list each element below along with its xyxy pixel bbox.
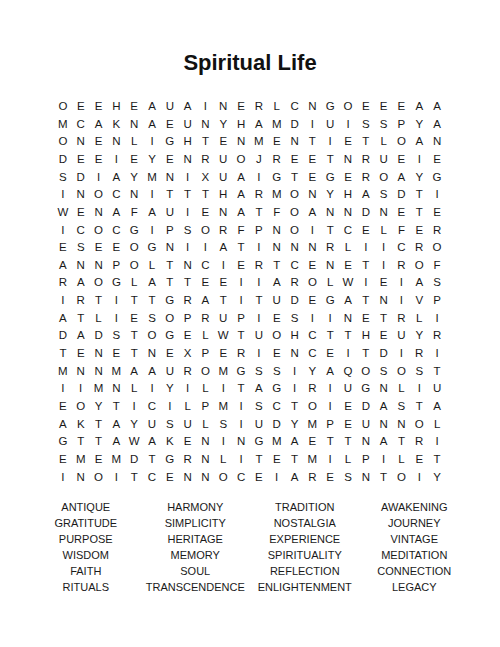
grid-cell: I (214, 257, 232, 275)
grid-cell: T (197, 186, 215, 204)
grid-cell: I (179, 204, 197, 222)
grid-cell: U (214, 169, 232, 187)
word-item: TRANSCENDENCE (141, 579, 251, 595)
word-list: ANTIQUEHARMONYTRADITIONAWAKENINGGRATITUD… (31, 500, 469, 595)
grid-cell: I (321, 451, 339, 469)
grid-cell: E (161, 468, 179, 486)
grid-cell: I (339, 345, 357, 363)
grid-cell: D (357, 204, 375, 222)
grid-cell: S (250, 398, 268, 416)
grid-cell: W (214, 327, 232, 345)
grid-cell: A (143, 98, 161, 116)
grid-cell: O (303, 398, 321, 416)
grid-cell: N (161, 239, 179, 257)
grid-cell: E (393, 204, 411, 222)
grid-cell: A (72, 327, 90, 345)
grid-cell: O (339, 98, 357, 116)
grid-cell: N (214, 98, 232, 116)
grid-cell: W (125, 433, 143, 451)
grid-cell: I (143, 186, 161, 204)
grid-cell: Y (428, 468, 446, 486)
grid-cell: I (143, 133, 161, 151)
grid-cell: G (161, 292, 179, 310)
grid-cell: I (321, 310, 339, 328)
grid-cell: T (125, 292, 143, 310)
grid-cell: E (410, 221, 428, 239)
grid-cell: S (339, 468, 357, 486)
grid-cell: M (303, 451, 321, 469)
grid-cell: C (286, 98, 304, 116)
grid-cell: W (54, 204, 72, 222)
grid-cell: A (375, 398, 393, 416)
grid-cell: T (125, 468, 143, 486)
grid-cell: R (179, 363, 197, 381)
grid-cell: E (428, 151, 446, 169)
grid-cell: A (393, 169, 411, 187)
grid-cell: L (428, 416, 446, 434)
grid-cell: E (161, 116, 179, 134)
grid-cell: L (339, 451, 357, 469)
grid-cell: L (339, 239, 357, 257)
grid-cell: R (357, 151, 375, 169)
grid-cell: D (393, 186, 411, 204)
grid-cell: A (107, 204, 125, 222)
grid-cell: G (428, 169, 446, 187)
grid-cell: N (375, 380, 393, 398)
grid-cell: G (161, 133, 179, 151)
grid-cell: A (197, 292, 215, 310)
grid-cell: E (303, 151, 321, 169)
grid-cell: I (393, 345, 411, 363)
grid-cell: T (54, 345, 72, 363)
grid-cell: E (197, 204, 215, 222)
grid-cell: I (250, 169, 268, 187)
grid-cell: O (90, 186, 108, 204)
grid-cell: S (375, 186, 393, 204)
grid-cell: T (232, 380, 250, 398)
grid-cell: C (107, 186, 125, 204)
grid-cell: H (286, 327, 304, 345)
grid-cell: O (54, 133, 72, 151)
grid-cell: I (428, 433, 446, 451)
grid-cell: T (90, 292, 108, 310)
grid-cell: A (179, 98, 197, 116)
word-item: ENLIGHTENMENT (250, 579, 360, 595)
grid-cell: E (339, 169, 357, 187)
grid-cell: A (286, 468, 304, 486)
grid-cell: T (286, 169, 304, 187)
grid-cell: T (232, 327, 250, 345)
grid-cell: R (250, 257, 268, 275)
grid-cell: O (410, 257, 428, 275)
grid-cell: N (197, 468, 215, 486)
grid-cell: N (197, 116, 215, 134)
grid-cell: E (410, 451, 428, 469)
grid-cell: Y (125, 416, 143, 434)
grid-cell: N (72, 257, 90, 275)
grid-cell: I (232, 274, 250, 292)
grid-cell: U (393, 327, 411, 345)
grid-cell: E (303, 257, 321, 275)
grid-cell: N (286, 133, 304, 151)
word-item: WISDOM (31, 548, 141, 564)
grid-cell: E (72, 204, 90, 222)
grid-cell: Y (410, 169, 428, 187)
grid-cell: I (107, 468, 125, 486)
grid-cell: O (125, 257, 143, 275)
grid-cell: I (250, 345, 268, 363)
grid-cell: U (428, 380, 446, 398)
grid-cell: A (428, 98, 446, 116)
grid-cell: I (197, 98, 215, 116)
grid-cell: L (197, 380, 215, 398)
grid-cell: E (232, 257, 250, 275)
grid-cell: U (250, 416, 268, 434)
grid-cell: C (303, 345, 321, 363)
grid-cell: T (250, 451, 268, 469)
grid-cell: U (357, 416, 375, 434)
grid-cell: I (197, 239, 215, 257)
grid-cell: S (72, 239, 90, 257)
grid-cell: U (214, 151, 232, 169)
grid-cell: L (197, 416, 215, 434)
grid-cell: C (232, 468, 250, 486)
grid-cell: T (339, 433, 357, 451)
grid-cell: T (393, 433, 411, 451)
grid-cell: E (54, 239, 72, 257)
grid-cell: I (250, 310, 268, 328)
grid-cell: I (250, 239, 268, 257)
grid-cell: L (410, 310, 428, 328)
grid-cell: G (161, 451, 179, 469)
grid-cell: S (410, 363, 428, 381)
grid-cell: P (107, 257, 125, 275)
grid-cell: D (286, 292, 304, 310)
grid-cell: G (143, 239, 161, 257)
grid-cell: T (72, 433, 90, 451)
grid-cell: N (125, 116, 143, 134)
grid-cell: N (90, 345, 108, 363)
grid-cell: H (107, 98, 125, 116)
grid-cell: A (125, 363, 143, 381)
grid-cell: S (393, 398, 411, 416)
grid-cell: D (286, 116, 304, 134)
grid-cell: Y (303, 363, 321, 381)
grid-cell: N (179, 151, 197, 169)
grid-cell: I (339, 116, 357, 134)
grid-cell: E (90, 133, 108, 151)
grid-cell: E (303, 292, 321, 310)
grid-cell: L (393, 451, 411, 469)
grid-cell: E (375, 327, 393, 345)
grid-cell: I (375, 451, 393, 469)
grid-cell: N (90, 363, 108, 381)
grid-cell: A (410, 133, 428, 151)
grid-cell: C (393, 239, 411, 257)
grid-cell: T (286, 398, 304, 416)
grid-cell: I (410, 380, 428, 398)
grid-cell: M (214, 363, 232, 381)
word-item: JOURNEY (360, 516, 470, 532)
grid-cell: E (250, 468, 268, 486)
grid-cell: I (179, 169, 197, 187)
grid-cell: R (428, 221, 446, 239)
word-item: CONNECTION (360, 564, 470, 580)
grid-cell: T (357, 257, 375, 275)
grid-cell: H (339, 186, 357, 204)
grid-cell: N (428, 133, 446, 151)
grid-cell: O (161, 310, 179, 328)
grid-cell: A (250, 116, 268, 134)
grid-cell: S (428, 274, 446, 292)
grid-cell: K (161, 433, 179, 451)
grid-cell: N (375, 204, 393, 222)
grid-cell: G (54, 433, 72, 451)
grid-cell: A (143, 433, 161, 451)
grid-cell: T (232, 239, 250, 257)
grid-cell: N (303, 239, 321, 257)
grid-cell: A (428, 116, 446, 134)
grid-cell: Y (125, 169, 143, 187)
grid-cell: R (268, 151, 286, 169)
grid-cell: C (143, 468, 161, 486)
word-item: HERITAGE (141, 532, 251, 548)
grid-cell: I (357, 274, 375, 292)
grid-cell: N (232, 133, 250, 151)
grid-cell: I (321, 380, 339, 398)
grid-cell: E (90, 239, 108, 257)
grid-cell: E (197, 274, 215, 292)
grid-cell: U (161, 363, 179, 381)
grid-cell: P (232, 310, 250, 328)
grid-cell: C (143, 398, 161, 416)
grid-cell: N (286, 345, 304, 363)
grid-cell: P (357, 451, 375, 469)
grid-cell: E (214, 133, 232, 151)
grid-cell: G (250, 433, 268, 451)
word-item: FAITH (31, 564, 141, 580)
grid-cell: L (125, 380, 143, 398)
grid-cell: T (161, 186, 179, 204)
grid-cell: I (125, 398, 143, 416)
grid-cell: D (54, 151, 72, 169)
grid-cell: O (428, 239, 446, 257)
grid-cell: N (339, 310, 357, 328)
grid-cell: A (428, 398, 446, 416)
grid-cell: R (286, 274, 304, 292)
grid-cell: A (214, 239, 232, 257)
grid-cell: A (143, 274, 161, 292)
grid-cell: I (107, 151, 125, 169)
grid-cell: T (125, 327, 143, 345)
grid-cell: T (179, 274, 197, 292)
grid-cell: S (375, 116, 393, 134)
grid-cell: H (214, 186, 232, 204)
grid-cell: A (54, 416, 72, 434)
grid-cell: T (303, 133, 321, 151)
grid-cell: L (125, 274, 143, 292)
grid-cell: N (72, 133, 90, 151)
grid-cell: L (90, 310, 108, 328)
grid-cell: G (107, 274, 125, 292)
grid-cell: E (72, 151, 90, 169)
grid-cell: M (250, 133, 268, 151)
grid-cell: A (232, 169, 250, 187)
grid-cell: O (410, 416, 428, 434)
grid-cell: N (268, 221, 286, 239)
grid-cell: R (197, 151, 215, 169)
grid-cell: U (143, 416, 161, 434)
grid-cell: N (72, 363, 90, 381)
grid-cell: L (375, 221, 393, 239)
word-item: TRADITION (250, 500, 360, 516)
grid-cell: P (393, 116, 411, 134)
grid-cell: L (268, 98, 286, 116)
grid-cell: F (428, 257, 446, 275)
grid-cell: P (428, 292, 446, 310)
grid-cell: R (303, 468, 321, 486)
grid-cell: T (268, 257, 286, 275)
grid-cell: O (90, 274, 108, 292)
grid-cell: G (125, 221, 143, 239)
grid-cell: T (143, 451, 161, 469)
grid-cell: W (339, 274, 357, 292)
grid-cell: G (357, 380, 375, 398)
grid-cell: O (286, 186, 304, 204)
grid-cell: T (250, 204, 268, 222)
grid-cell: I (107, 292, 125, 310)
grid-cell: O (197, 363, 215, 381)
grid-cell: R (179, 292, 197, 310)
grid-cell: O (393, 468, 411, 486)
grid-cell: A (268, 274, 286, 292)
grid-cell: T (339, 327, 357, 345)
word-item: SIMPLICITY (141, 516, 251, 532)
grid-cell: R (197, 310, 215, 328)
word-item: SOUL (141, 564, 251, 580)
grid-cell: I (179, 380, 197, 398)
grid-cell: K (72, 416, 90, 434)
grid-cell: T (214, 292, 232, 310)
grid-cell: C (339, 221, 357, 239)
word-item: GRATITUDE (31, 516, 141, 532)
grid-cell: T (357, 133, 375, 151)
grid-cell: I (232, 416, 250, 434)
grid-cell: I (214, 433, 232, 451)
grid-cell: I (268, 468, 286, 486)
grid-cell: I (90, 169, 108, 187)
grid-cell: A (232, 204, 250, 222)
grid-cell: O (214, 468, 232, 486)
grid-cell: I (54, 186, 72, 204)
grid-cell: C (107, 221, 125, 239)
grid-cell: H (357, 327, 375, 345)
grid-cell: N (107, 380, 125, 398)
grid-cell: E (303, 169, 321, 187)
word-item: PURPOSE (31, 532, 141, 548)
grid-cell: D (54, 327, 72, 345)
grid-cell: O (90, 221, 108, 239)
grid-cell: E (107, 345, 125, 363)
grid-cell: E (303, 433, 321, 451)
grid-cell: O (393, 133, 411, 151)
grid-cell: E (179, 327, 197, 345)
grid-cell: T (286, 451, 304, 469)
grid-cell: U (161, 204, 179, 222)
grid-cell: G (268, 380, 286, 398)
puzzle-page: Spiritual Life OEEHEAUAINERLCNGOEEEAAMCA… (0, 0, 500, 647)
grid-cell: O (232, 151, 250, 169)
grid-cell: A (72, 274, 90, 292)
grid-cell: U (214, 310, 232, 328)
grid-cell: A (303, 204, 321, 222)
grid-cell: O (286, 221, 304, 239)
grid-cell: N (143, 345, 161, 363)
grid-cell: T (125, 345, 143, 363)
grid-cell: Y (143, 151, 161, 169)
grid-cell: E (339, 398, 357, 416)
grid-cell: S (214, 416, 232, 434)
grid-cell: L (125, 133, 143, 151)
grid-cell: I (250, 274, 268, 292)
grid-cell: X (179, 345, 197, 363)
grid-cell: N (232, 433, 250, 451)
grid-cell: E (428, 204, 446, 222)
grid-cell: E (375, 98, 393, 116)
grid-cell: T (321, 151, 339, 169)
grid-cell: I (232, 398, 250, 416)
grid-cell: R (321, 239, 339, 257)
grid-cell: S (357, 116, 375, 134)
grid-cell: M (90, 380, 108, 398)
grid-cell: S (286, 310, 304, 328)
grid-cell: L (143, 257, 161, 275)
grid-cell: I (107, 310, 125, 328)
grid-cell: O (72, 398, 90, 416)
grid-cell: N (107, 133, 125, 151)
grid-cell: E (232, 98, 250, 116)
grid-cell: A (375, 433, 393, 451)
grid-cell: I (232, 451, 250, 469)
grid-cell: I (393, 292, 411, 310)
grid-cell: R (303, 380, 321, 398)
grid-cell: F (393, 221, 411, 239)
grid-cell: I (321, 398, 339, 416)
grid-cell: O (197, 221, 215, 239)
word-item: NOSTALGIA (250, 516, 360, 532)
grid-cell: N (214, 204, 232, 222)
grid-cell: O (90, 468, 108, 486)
grid-cell: I (375, 239, 393, 257)
grid-cell: A (54, 257, 72, 275)
grid-cell: N (161, 169, 179, 187)
grid-cell: A (232, 186, 250, 204)
grid-cell: D (90, 327, 108, 345)
grid-cell: R (214, 221, 232, 239)
grid-cell: L (179, 398, 197, 416)
word-item: MEMORY (141, 548, 251, 564)
grid-cell: G (161, 327, 179, 345)
grid-cell: N (197, 451, 215, 469)
grid-cell: T (179, 186, 197, 204)
grid-cell: Y (161, 380, 179, 398)
grid-cell: F (232, 221, 250, 239)
grid-cell: G (321, 169, 339, 187)
grid-cell: R (410, 345, 428, 363)
word-search-grid: OEEHEAUAINERLCNGOEEEAAMCAKNAEUNYHAMDIUIS… (54, 98, 446, 486)
grid-cell: I (303, 310, 321, 328)
grid-cell: E (161, 151, 179, 169)
